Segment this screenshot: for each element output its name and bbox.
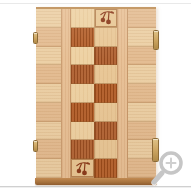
cherry-inlay-cell — [94, 9, 117, 28]
light-checker-cell — [71, 122, 94, 141]
light-checker-cell — [94, 28, 117, 47]
checker-column-left — [71, 9, 94, 178]
dark-checker-cell — [94, 47, 117, 66]
light-checker-cell — [71, 47, 94, 66]
dark-checker-cell — [71, 103, 94, 122]
case-base-edge — [35, 178, 157, 185]
cherry-inlay-cell — [71, 159, 94, 178]
panel-band — [36, 28, 61, 47]
panel-band — [36, 84, 61, 103]
light-checker-cell — [71, 84, 94, 103]
panel-band — [36, 103, 61, 122]
light-checker-cell — [71, 9, 94, 28]
dark-checker-cell — [94, 122, 117, 141]
light-checker-cell — [94, 140, 117, 159]
hinge-right-top — [153, 30, 159, 50]
side-strip-left — [61, 9, 71, 178]
panel-band — [128, 9, 156, 28]
panel-band — [36, 122, 61, 141]
panel-band — [36, 9, 61, 28]
backgammon-case — [36, 7, 156, 178]
panel-band — [36, 47, 61, 66]
dark-checker-cell — [94, 159, 117, 178]
hinge-left-top — [33, 32, 38, 44]
dark-checker-cell — [71, 28, 94, 47]
dark-checker-cell — [71, 65, 94, 84]
panel-band — [128, 65, 156, 84]
dark-checker-cell — [71, 140, 94, 159]
panel-band — [128, 47, 156, 66]
light-checker-cell — [94, 103, 117, 122]
light-checker-cell — [94, 65, 117, 84]
cherry-icon — [73, 160, 92, 177]
panel-left — [36, 9, 61, 178]
panel-band — [36, 140, 61, 159]
panel-band — [128, 84, 156, 103]
frame-line-top — [0, 3, 191, 4]
panel-band — [36, 65, 61, 84]
checker-column-right — [94, 9, 117, 178]
cherry-icon — [97, 9, 116, 26]
hinge-left-bottom — [33, 140, 38, 152]
product-photo — [0, 0, 191, 191]
dark-checker-cell — [94, 84, 117, 103]
side-strip-right — [117, 9, 128, 178]
panel-band — [36, 159, 61, 178]
panel-band — [128, 103, 156, 122]
zoom-icon[interactable] — [146, 143, 191, 189]
panel-band — [128, 28, 156, 47]
